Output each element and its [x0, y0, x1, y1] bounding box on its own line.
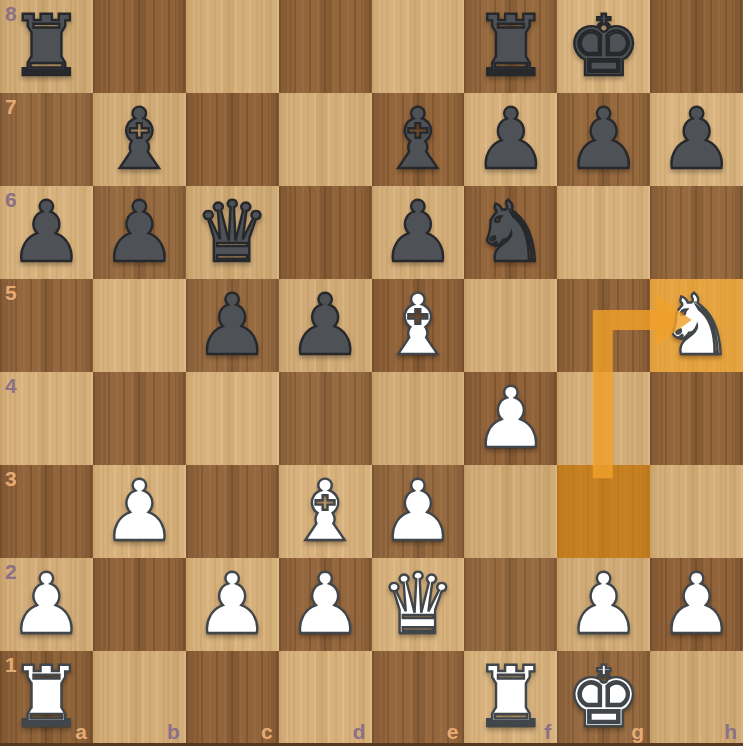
black-bishop[interactable]: ♝	[102, 93, 177, 186]
black-king[interactable]: ♚	[566, 0, 641, 93]
square-h6[interactable]	[650, 186, 743, 279]
square-f1[interactable]: f♜	[464, 651, 557, 744]
board-grid: 8♜♜♚7♝♝♟♟♟6♟♟♛♟♞5♟♟♝♞4♟3♟♝♟2♟♟♟♛♟♟1a♜bcd…	[0, 0, 743, 740]
white-pawn[interactable]: ♟	[380, 465, 455, 558]
square-g8[interactable]: ♚	[557, 0, 650, 93]
black-pawn[interactable]: ♟	[659, 93, 734, 186]
square-f2[interactable]	[464, 558, 557, 651]
square-h1[interactable]: h	[650, 651, 743, 744]
square-d5[interactable]: ♟	[279, 279, 372, 372]
square-c3[interactable]	[186, 465, 279, 558]
square-h4[interactable]	[650, 372, 743, 465]
square-b7[interactable]: ♝	[93, 93, 186, 186]
coord-rank-5: 5	[5, 282, 17, 303]
square-a1[interactable]: 1a♜	[0, 651, 93, 744]
coord-file-e: e	[447, 721, 459, 742]
square-e2[interactable]: ♛	[372, 558, 465, 651]
square-d3[interactable]: ♝	[279, 465, 372, 558]
white-bishop[interactable]: ♝	[287, 465, 362, 558]
white-pawn[interactable]: ♟	[9, 558, 84, 651]
square-e7[interactable]: ♝	[372, 93, 465, 186]
white-pawn[interactable]: ♟	[195, 558, 270, 651]
coord-file-d: d	[353, 721, 366, 742]
square-d6[interactable]	[279, 186, 372, 279]
square-e4[interactable]	[372, 372, 465, 465]
coord-file-c: c	[261, 721, 273, 742]
square-d7[interactable]	[279, 93, 372, 186]
white-pawn[interactable]: ♟	[102, 465, 177, 558]
coord-rank-6: 6	[5, 189, 17, 210]
square-c6[interactable]: ♛	[186, 186, 279, 279]
square-a6[interactable]: 6♟	[0, 186, 93, 279]
square-f3[interactable]	[464, 465, 557, 558]
white-knight[interactable]: ♞	[659, 279, 734, 372]
square-b6[interactable]: ♟	[93, 186, 186, 279]
square-e5[interactable]: ♝	[372, 279, 465, 372]
square-e1[interactable]: e	[372, 651, 465, 744]
square-g3[interactable]	[557, 465, 650, 558]
square-g7[interactable]: ♟	[557, 93, 650, 186]
black-pawn[interactable]: ♟	[9, 186, 84, 279]
white-queen[interactable]: ♛	[380, 558, 455, 651]
square-f6[interactable]: ♞	[464, 186, 557, 279]
chess-board: 8♜♜♚7♝♝♟♟♟6♟♟♛♟♞5♟♟♝♞4♟3♟♝♟2♟♟♟♛♟♟1a♜bcd…	[0, 0, 743, 746]
square-a5[interactable]: 5	[0, 279, 93, 372]
black-pawn[interactable]: ♟	[380, 186, 455, 279]
square-b2[interactable]	[93, 558, 186, 651]
square-g4[interactable]	[557, 372, 650, 465]
square-d8[interactable]	[279, 0, 372, 93]
black-rook[interactable]: ♜	[473, 0, 548, 93]
white-rook[interactable]: ♜	[9, 651, 84, 744]
black-queen[interactable]: ♛	[195, 186, 270, 279]
coord-rank-3: 3	[5, 468, 17, 489]
square-b4[interactable]	[93, 372, 186, 465]
white-rook[interactable]: ♜	[473, 651, 548, 744]
square-c5[interactable]: ♟	[186, 279, 279, 372]
square-f7[interactable]: ♟	[464, 93, 557, 186]
white-king[interactable]: ♚	[566, 651, 641, 744]
black-pawn[interactable]: ♟	[195, 279, 270, 372]
black-pawn[interactable]: ♟	[287, 279, 362, 372]
black-bishop[interactable]: ♝	[380, 93, 455, 186]
square-b1[interactable]: b	[93, 651, 186, 744]
square-c1[interactable]: c	[186, 651, 279, 744]
square-a2[interactable]: 2♟	[0, 558, 93, 651]
square-f5[interactable]	[464, 279, 557, 372]
coord-rank-4: 4	[5, 375, 17, 396]
white-pawn[interactable]: ♟	[566, 558, 641, 651]
square-h8[interactable]	[650, 0, 743, 93]
square-g2[interactable]: ♟	[557, 558, 650, 651]
square-a4[interactable]: 4	[0, 372, 93, 465]
square-b3[interactable]: ♟	[93, 465, 186, 558]
white-pawn[interactable]: ♟	[473, 372, 548, 465]
square-e8[interactable]	[372, 0, 465, 93]
square-d2[interactable]: ♟	[279, 558, 372, 651]
square-e6[interactable]: ♟	[372, 186, 465, 279]
white-pawn[interactable]: ♟	[287, 558, 362, 651]
black-pawn[interactable]: ♟	[473, 93, 548, 186]
square-f4[interactable]: ♟	[464, 372, 557, 465]
square-h3[interactable]	[650, 465, 743, 558]
black-pawn[interactable]: ♟	[566, 93, 641, 186]
coord-file-a: a	[75, 721, 87, 742]
square-a3[interactable]: 3	[0, 465, 93, 558]
white-pawn[interactable]: ♟	[659, 558, 734, 651]
black-knight[interactable]: ♞	[473, 186, 548, 279]
coord-file-h: h	[724, 721, 737, 742]
coord-rank-7: 7	[5, 96, 17, 117]
coord-rank-8: 8	[5, 3, 17, 24]
square-h7[interactable]: ♟	[650, 93, 743, 186]
square-c2[interactable]: ♟	[186, 558, 279, 651]
coord-file-g: g	[631, 721, 644, 742]
square-c7[interactable]	[186, 93, 279, 186]
white-bishop[interactable]: ♝	[380, 279, 455, 372]
square-c4[interactable]	[186, 372, 279, 465]
square-d1[interactable]: d	[279, 651, 372, 744]
square-g6[interactable]	[557, 186, 650, 279]
coord-rank-1: 1	[5, 654, 17, 675]
square-a7[interactable]: 7	[0, 93, 93, 186]
square-f8[interactable]: ♜	[464, 0, 557, 93]
square-h2[interactable]: ♟	[650, 558, 743, 651]
square-g5[interactable]	[557, 279, 650, 372]
coord-rank-2: 2	[5, 561, 17, 582]
square-e3[interactable]: ♟	[372, 465, 465, 558]
coord-file-b: b	[167, 721, 180, 742]
square-c8[interactable]	[186, 0, 279, 93]
black-pawn[interactable]: ♟	[102, 186, 177, 279]
square-a8[interactable]: 8♜	[0, 0, 93, 93]
black-rook[interactable]: ♜	[9, 0, 84, 93]
square-d4[interactable]	[279, 372, 372, 465]
square-b5[interactable]	[93, 279, 186, 372]
coord-file-f: f	[544, 721, 551, 742]
square-h5[interactable]: ♞	[650, 279, 743, 372]
square-b8[interactable]	[93, 0, 186, 93]
square-g1[interactable]: g♚	[557, 651, 650, 744]
